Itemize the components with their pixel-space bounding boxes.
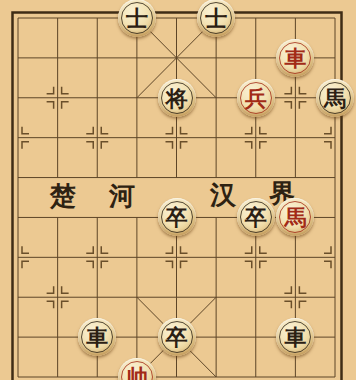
piece-black-soldier[interactable]: 卒	[158, 318, 196, 356]
piece-character: 車	[284, 326, 306, 348]
piece-red-horse[interactable]: 馬	[276, 198, 314, 236]
piece-character: 帅	[126, 366, 148, 380]
piece-character: 車	[86, 326, 108, 348]
pieces-layer: 士士車将兵馬卒卒馬車卒車帅	[0, 0, 356, 380]
piece-character: 士	[126, 7, 148, 29]
piece-character: 兵	[245, 87, 267, 109]
piece-red-general[interactable]: 帅	[118, 358, 156, 380]
piece-character: 卒	[245, 206, 267, 228]
piece-red-chariot[interactable]: 車	[276, 39, 314, 77]
piece-black-chariot[interactable]: 車	[276, 318, 314, 356]
piece-character: 卒	[166, 326, 188, 348]
piece-character: 将	[166, 87, 188, 109]
piece-black-horse[interactable]: 馬	[316, 79, 354, 117]
piece-black-soldier[interactable]: 卒	[158, 198, 196, 236]
piece-black-chariot[interactable]: 車	[78, 318, 116, 356]
piece-black-soldier[interactable]: 卒	[237, 198, 275, 236]
piece-character: 馬	[324, 87, 346, 109]
piece-character: 車	[284, 47, 306, 69]
piece-red-soldier[interactable]: 兵	[237, 79, 275, 117]
xiangqi-board: 楚 河 汉 界 士士車将兵馬卒卒馬車卒車帅	[0, 0, 356, 380]
piece-character: 士	[205, 7, 227, 29]
piece-black-advisor[interactable]: 士	[118, 0, 156, 37]
piece-character: 卒	[166, 206, 188, 228]
piece-black-advisor[interactable]: 士	[197, 0, 235, 37]
piece-black-general[interactable]: 将	[158, 79, 196, 117]
piece-character: 馬	[284, 206, 306, 228]
